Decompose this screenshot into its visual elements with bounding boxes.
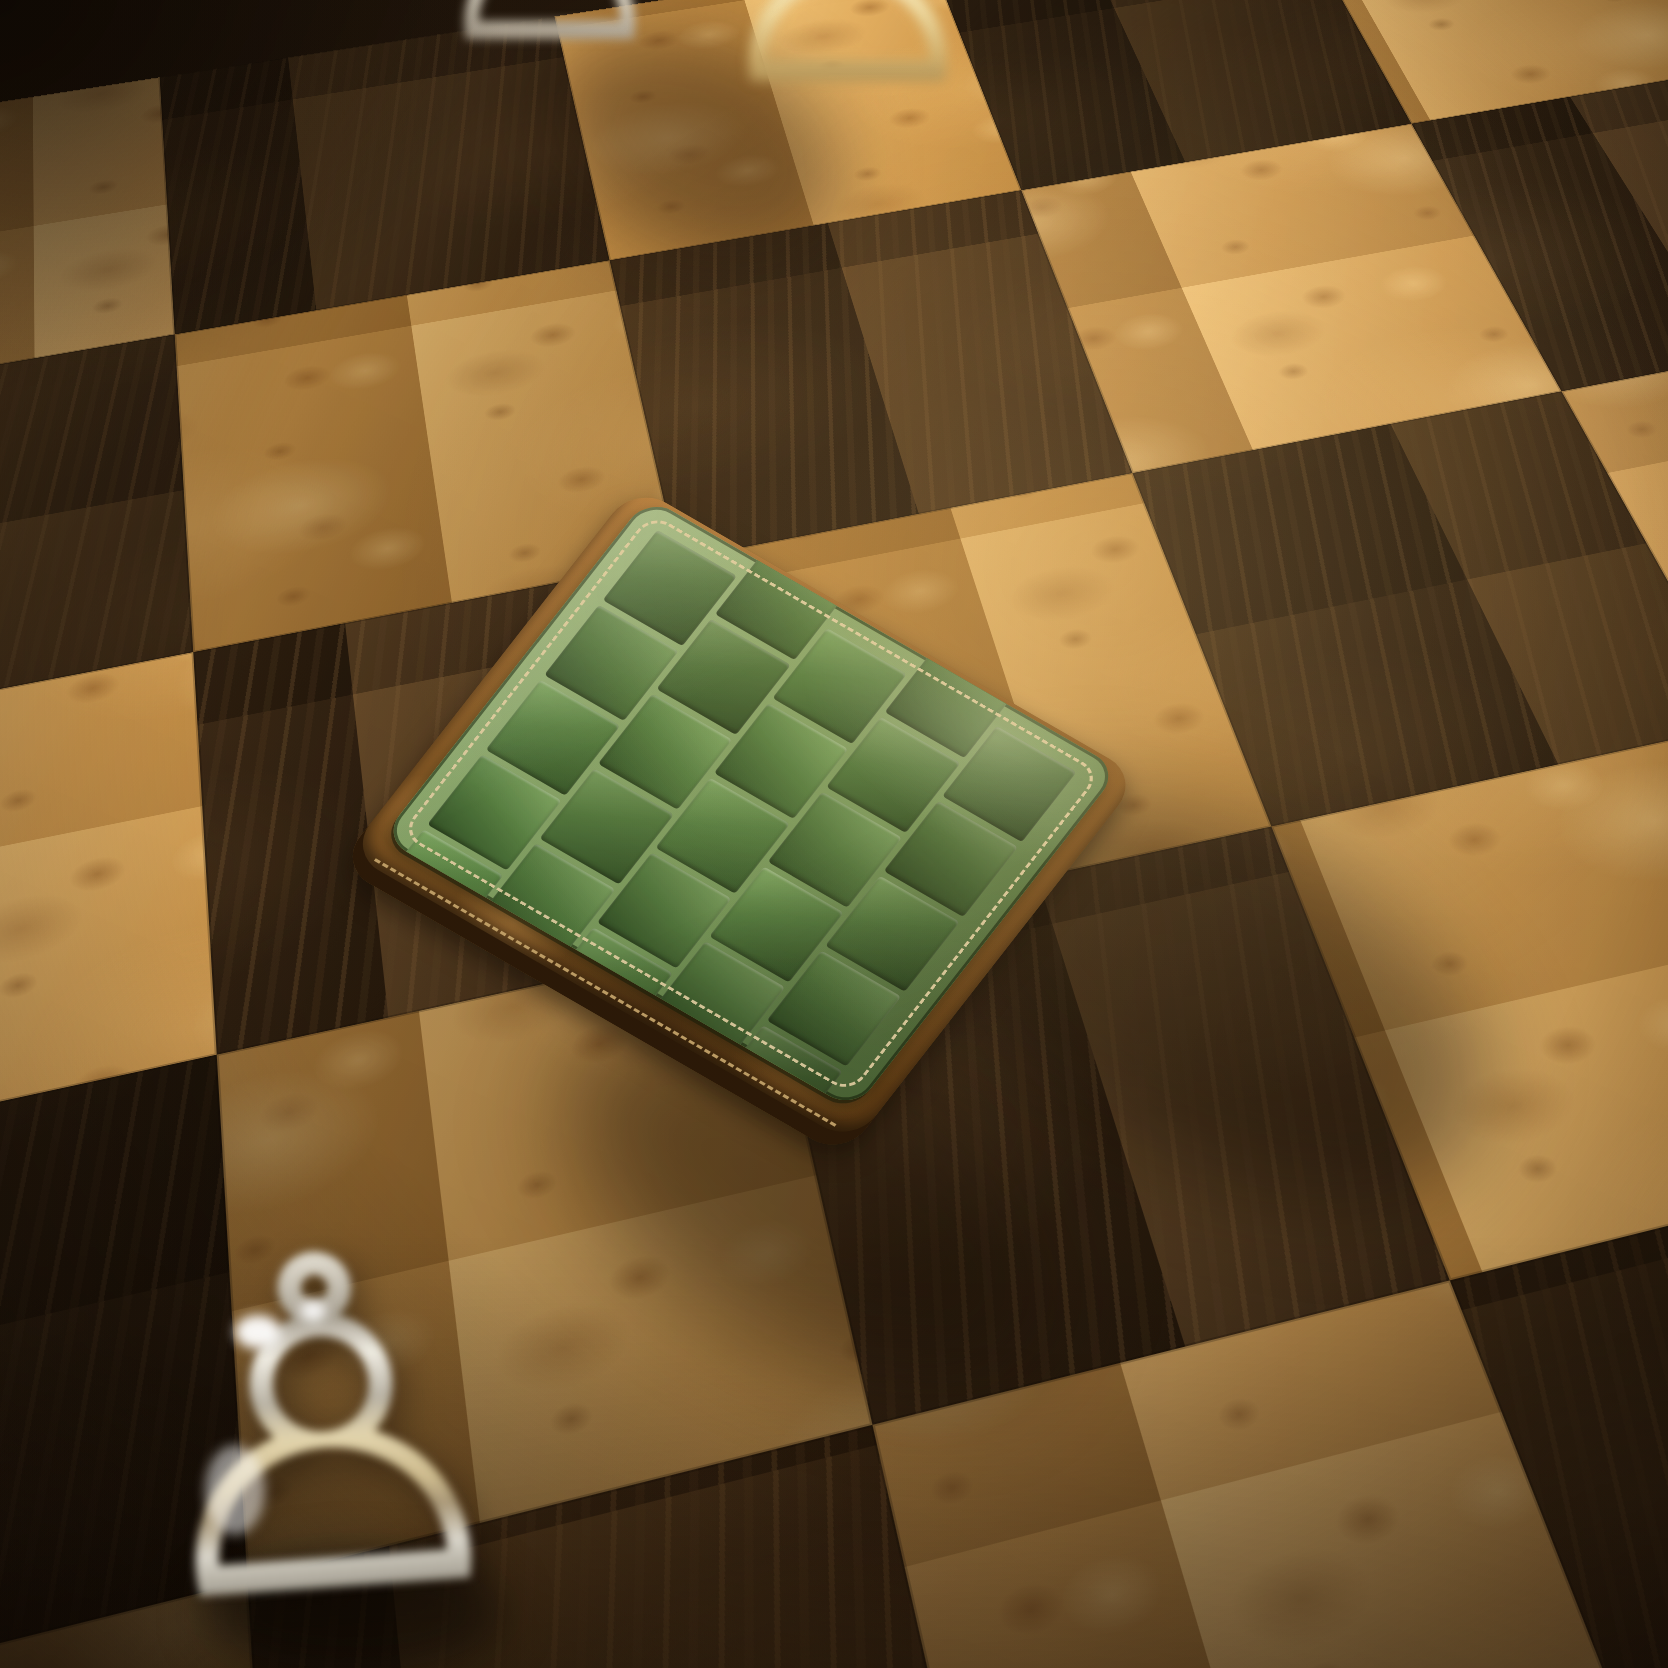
specular-highlight [205, 1445, 265, 1535]
silver-chess-piece-base: ♙ [422, 0, 678, 83]
specular-highlight [235, 1315, 281, 1349]
photo-scene: ♙ ♙ ♙ [0, 0, 1668, 1668]
gold-chess-piece-base: ♙ [700, 0, 996, 132]
white-pawn: ♙ [102, 1184, 545, 1668]
specular-highlight [300, 1300, 326, 1322]
